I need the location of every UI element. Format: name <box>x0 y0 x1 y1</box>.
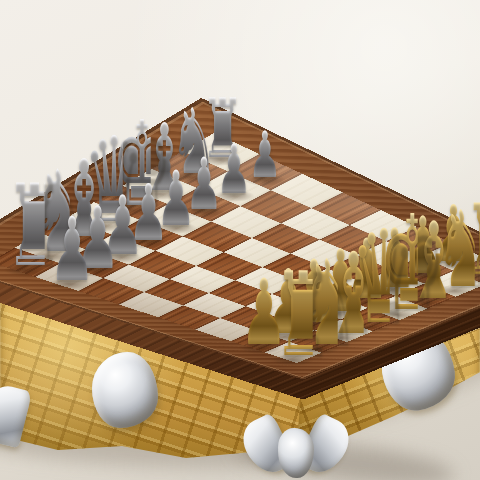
silver-winged-foot-front <box>244 414 348 480</box>
silver-applique-left <box>92 352 158 428</box>
silver-winged-foot-left-edge <box>0 386 32 448</box>
wing-icon <box>0 382 32 448</box>
chess-set-photo: ♜♞♝♛♚♝♞♜♟♟♟♟♟♟♟♟♟♟♟♟♟♟♟♟♜♞♝♛♚♝♞♜ <box>0 0 480 480</box>
foot-knob <box>278 428 314 478</box>
